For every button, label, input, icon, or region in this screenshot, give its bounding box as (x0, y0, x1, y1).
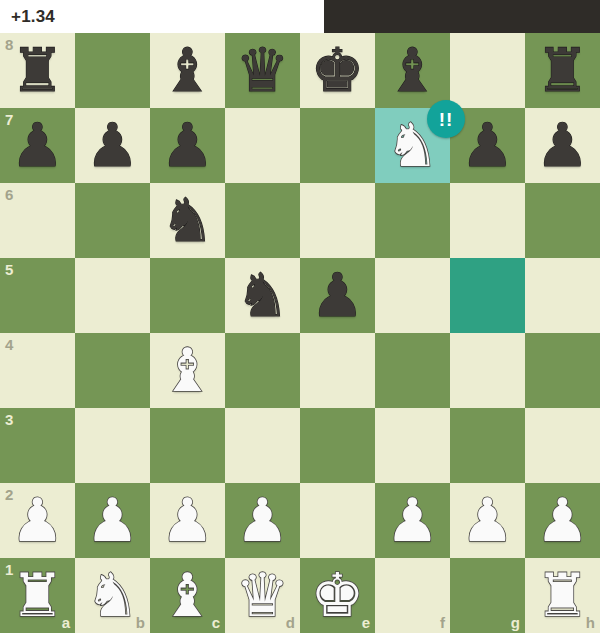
square-a5[interactable]: 5 (0, 258, 75, 333)
square-h6[interactable] (525, 183, 600, 258)
rank-label-1: 1 (5, 562, 13, 577)
square-a7[interactable]: ♟7 (0, 108, 75, 183)
evaluation-bar: +1.34 (0, 0, 600, 33)
piece-white-rook[interactable]: ♜ (536, 558, 590, 633)
piece-black-bishop[interactable]: ♝ (161, 33, 215, 108)
evaluation-score: +1.34 (11, 7, 55, 27)
square-f1[interactable]: f (375, 558, 450, 633)
square-f8[interactable]: ♝ (375, 33, 450, 108)
square-c1[interactable]: ♝c (150, 558, 225, 633)
rank-label-4: 4 (5, 337, 13, 352)
file-label-f: f (440, 615, 445, 630)
rank-label-7: 7 (5, 112, 13, 127)
square-e7[interactable] (300, 108, 375, 183)
square-b6[interactable] (75, 183, 150, 258)
square-d2[interactable]: ♟ (225, 483, 300, 558)
square-b3[interactable] (75, 408, 150, 483)
piece-black-pawn[interactable]: ♟ (536, 108, 590, 183)
piece-white-pawn[interactable]: ♟ (536, 483, 590, 558)
square-c2[interactable]: ♟ (150, 483, 225, 558)
square-d6[interactable] (225, 183, 300, 258)
piece-black-queen[interactable]: ♛ (236, 33, 290, 108)
piece-black-king[interactable]: ♚ (311, 33, 365, 108)
chess-board: ♜8♝♛♚♝♜♟7♟♟♞♟♟6♞5♞♟4♝3♟2♟♟♟♟♟♟♜1a♞b♝c♛d♚… (0, 33, 600, 633)
file-label-a: a (62, 615, 70, 630)
square-c5[interactable] (150, 258, 225, 333)
piece-white-rook[interactable]: ♜ (11, 558, 65, 633)
square-f3[interactable] (375, 408, 450, 483)
piece-white-queen[interactable]: ♛ (236, 558, 290, 633)
piece-white-pawn[interactable]: ♟ (86, 483, 140, 558)
square-a6[interactable]: 6 (0, 183, 75, 258)
rank-label-5: 5 (5, 262, 13, 277)
rank-label-6: 6 (5, 187, 13, 202)
square-f6[interactable] (375, 183, 450, 258)
square-h3[interactable] (525, 408, 600, 483)
square-d1[interactable]: ♛d (225, 558, 300, 633)
square-h1[interactable]: ♜h (525, 558, 600, 633)
piece-white-pawn[interactable]: ♟ (161, 483, 215, 558)
square-g6[interactable] (450, 183, 525, 258)
square-d4[interactable] (225, 333, 300, 408)
piece-white-knight[interactable]: ♞ (86, 558, 140, 633)
square-b2[interactable]: ♟ (75, 483, 150, 558)
piece-white-bishop[interactable]: ♝ (161, 558, 215, 633)
brilliant-move-badge: !! (427, 100, 465, 138)
piece-white-bishop[interactable]: ♝ (161, 333, 215, 408)
square-d5[interactable]: ♞ (225, 258, 300, 333)
square-d8[interactable]: ♛ (225, 33, 300, 108)
square-a8[interactable]: ♜8 (0, 33, 75, 108)
square-b8[interactable] (75, 33, 150, 108)
square-e4[interactable] (300, 333, 375, 408)
square-e2[interactable] (300, 483, 375, 558)
square-e6[interactable] (300, 183, 375, 258)
square-a2[interactable]: ♟2 (0, 483, 75, 558)
square-h8[interactable]: ♜ (525, 33, 600, 108)
square-c6[interactable]: ♞ (150, 183, 225, 258)
piece-black-pawn[interactable]: ♟ (161, 108, 215, 183)
piece-black-knight[interactable]: ♞ (161, 183, 215, 258)
rank-label-2: 2 (5, 487, 13, 502)
brilliant-move-badge-text: !! (439, 110, 454, 129)
square-b7[interactable]: ♟ (75, 108, 150, 183)
rank-label-3: 3 (5, 412, 13, 427)
square-h2[interactable]: ♟ (525, 483, 600, 558)
piece-black-rook[interactable]: ♜ (536, 33, 590, 108)
square-h7[interactable]: ♟ (525, 108, 600, 183)
square-e1[interactable]: ♚e (300, 558, 375, 633)
square-c8[interactable]: ♝ (150, 33, 225, 108)
square-d7[interactable] (225, 108, 300, 183)
square-g4[interactable] (450, 333, 525, 408)
square-b1[interactable]: ♞b (75, 558, 150, 633)
file-label-e: e (362, 615, 370, 630)
square-g2[interactable]: ♟ (450, 483, 525, 558)
piece-white-king[interactable]: ♚ (311, 558, 365, 633)
piece-black-bishop[interactable]: ♝ (386, 33, 440, 108)
file-label-c: c (212, 615, 220, 630)
square-b5[interactable] (75, 258, 150, 333)
square-c7[interactable]: ♟ (150, 108, 225, 183)
file-label-h: h (586, 615, 595, 630)
piece-black-pawn[interactable]: ♟ (311, 258, 365, 333)
piece-black-pawn[interactable]: ♟ (461, 108, 515, 183)
square-c3[interactable] (150, 408, 225, 483)
file-label-d: d (286, 615, 295, 630)
square-a1[interactable]: ♜1a (0, 558, 75, 633)
square-f4[interactable] (375, 333, 450, 408)
rank-label-8: 8 (5, 37, 13, 52)
piece-black-pawn[interactable]: ♟ (11, 108, 65, 183)
square-f2[interactable]: ♟ (375, 483, 450, 558)
square-h5[interactable] (525, 258, 600, 333)
piece-white-pawn[interactable]: ♟ (386, 483, 440, 558)
piece-white-pawn[interactable]: ♟ (236, 483, 290, 558)
piece-black-rook[interactable]: ♜ (11, 33, 65, 108)
square-d3[interactable] (225, 408, 300, 483)
chess-app-screen: +1.34 ♜8♝♛♚♝♜♟7♟♟♞♟♟6♞5♞♟4♝3♟2♟♟♟♟♟♟♜1a♞… (0, 0, 600, 633)
square-e3[interactable] (300, 408, 375, 483)
square-g8[interactable] (450, 33, 525, 108)
square-g1[interactable]: g (450, 558, 525, 633)
piece-black-knight[interactable]: ♞ (236, 258, 290, 333)
square-g5[interactable] (450, 258, 525, 333)
square-a3[interactable]: 3 (0, 408, 75, 483)
square-e5[interactable]: ♟ (300, 258, 375, 333)
file-label-g: g (511, 615, 520, 630)
square-e8[interactable]: ♚ (300, 33, 375, 108)
file-label-b: b (136, 615, 145, 630)
square-c4[interactable]: ♝ (150, 333, 225, 408)
piece-black-pawn[interactable]: ♟ (86, 108, 140, 183)
square-b4[interactable] (75, 333, 150, 408)
square-f5[interactable] (375, 258, 450, 333)
square-g3[interactable] (450, 408, 525, 483)
piece-white-pawn[interactable]: ♟ (11, 483, 65, 558)
piece-white-pawn[interactable]: ♟ (461, 483, 515, 558)
square-a4[interactable]: 4 (0, 333, 75, 408)
square-h4[interactable] (525, 333, 600, 408)
